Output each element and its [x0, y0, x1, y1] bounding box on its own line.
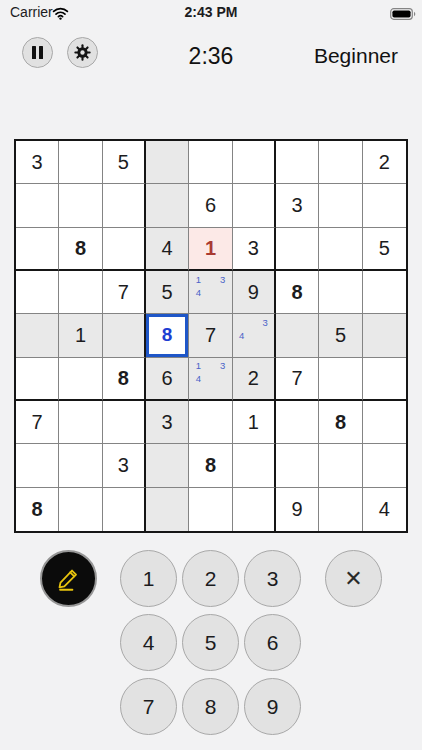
cell-value: 7 — [292, 367, 303, 390]
digit-label: 2 — [205, 567, 217, 591]
cell-value: 6 — [205, 194, 216, 217]
cell-value: 7 — [32, 411, 43, 434]
cell-value: 2 — [379, 151, 390, 174]
cell-r3c4[interactable]: 4 — [146, 228, 189, 271]
cell-r7c5[interactable] — [189, 401, 232, 444]
cell-r7c1[interactable]: 7 — [16, 401, 59, 444]
cell-r4c5[interactable]: 134 — [189, 271, 232, 314]
cell-r9c8[interactable] — [319, 488, 362, 531]
digit-7-button[interactable]: 7 — [120, 678, 177, 735]
cell-r8c7[interactable] — [276, 444, 319, 487]
cell-r6c9[interactable] — [363, 358, 406, 401]
cell-r4c3[interactable]: 7 — [103, 271, 146, 314]
cell-r1c9[interactable]: 2 — [363, 141, 406, 184]
difficulty-label: Beginner — [314, 44, 398, 68]
digit-9-button[interactable]: 9 — [244, 678, 301, 735]
cell-r4c8[interactable] — [319, 271, 362, 314]
cell-r2c7[interactable]: 3 — [276, 184, 319, 227]
cell-r2c5[interactable]: 6 — [189, 184, 232, 227]
pencil-mode-button[interactable] — [40, 550, 97, 607]
cell-value: 1 — [248, 411, 259, 434]
pencil-notes: 34 — [236, 316, 271, 354]
cell-r2c9[interactable] — [363, 184, 406, 227]
cell-r8c5[interactable]: 8 — [189, 444, 232, 487]
cell-value: 8 — [335, 411, 346, 434]
cell-r1c7[interactable] — [276, 141, 319, 184]
cell-r5c3[interactable] — [103, 314, 146, 357]
cell-value: 7 — [118, 281, 129, 304]
status-bar: Carrier 2:43 PM — [0, 0, 422, 22]
cell-r1c6[interactable] — [233, 141, 276, 184]
cell-value: 5 — [379, 237, 390, 260]
digit-2-button[interactable]: 2 — [182, 550, 239, 607]
digit-8-button[interactable]: 8 — [182, 678, 239, 735]
cell-r9c1[interactable]: 8 — [16, 488, 59, 531]
cell-r3c7[interactable] — [276, 228, 319, 271]
cell-r8c9[interactable] — [363, 444, 406, 487]
cell-r4c6[interactable]: 9 — [233, 271, 276, 314]
cell-r9c6[interactable] — [233, 488, 276, 531]
cell-value: 3 — [32, 151, 43, 174]
pencil-icon — [55, 565, 82, 592]
digit-label: 4 — [143, 631, 155, 655]
cell-r9c2[interactable] — [59, 488, 102, 531]
cell-r2c2[interactable] — [59, 184, 102, 227]
cell-value: 3 — [248, 237, 259, 260]
cell-value: 8 — [292, 281, 303, 304]
cell-r6c4[interactable]: 6 — [146, 358, 189, 401]
digit-label: 3 — [267, 567, 279, 591]
cell-r5c9[interactable] — [363, 314, 406, 357]
cell-value: 3 — [162, 411, 173, 434]
cell-value: 9 — [292, 498, 303, 521]
cell-value: 3 — [118, 454, 129, 477]
cell-r5c1[interactable] — [16, 314, 59, 357]
digit-3-button[interactable]: 3 — [244, 550, 301, 607]
cell-r5c4[interactable]: 8 — [146, 314, 189, 357]
cell-r3c1[interactable] — [16, 228, 59, 271]
cell-value: 9 — [248, 281, 259, 304]
cell-r3c8[interactable] — [319, 228, 362, 271]
cell-r7c8[interactable]: 8 — [319, 401, 362, 444]
battery-icon — [390, 6, 416, 24]
cell-r6c6[interactable]: 2 — [233, 358, 276, 401]
digit-5-button[interactable]: 5 — [182, 614, 239, 671]
x-icon: ✕ — [344, 566, 362, 592]
digit-label: 6 — [267, 631, 279, 655]
cell-r7c2[interactable] — [59, 401, 102, 444]
cell-value: 1 — [205, 237, 216, 260]
cell-value: 7 — [205, 324, 216, 347]
cell-r6c1[interactable] — [16, 358, 59, 401]
cell-r5c6[interactable]: 34 — [233, 314, 276, 357]
cell-value: 4 — [379, 498, 390, 521]
cell-value: 8 — [118, 367, 129, 390]
erase-button[interactable]: ✕ — [325, 550, 382, 607]
cell-r6c8[interactable] — [319, 358, 362, 401]
cell-value: 8 — [162, 324, 173, 346]
cell-r7c7[interactable] — [276, 401, 319, 444]
cell-r8c1[interactable] — [16, 444, 59, 487]
cell-r9c3[interactable] — [103, 488, 146, 531]
cell-r1c3[interactable]: 5 — [103, 141, 146, 184]
cell-value: 3 — [292, 194, 303, 217]
cell-value: 8 — [205, 454, 216, 477]
cell-value: 8 — [75, 237, 86, 260]
cell-r4c4[interactable]: 5 — [146, 271, 189, 314]
cell-r2c4[interactable] — [146, 184, 189, 227]
cell-r7c6[interactable]: 1 — [233, 401, 276, 444]
cell-r3c6[interactable]: 3 — [233, 228, 276, 271]
digit-label: 9 — [267, 695, 279, 719]
cell-r9c9[interactable]: 4 — [363, 488, 406, 531]
cell-r5c5[interactable]: 7 — [189, 314, 232, 357]
cell-r4c1[interactable] — [16, 271, 59, 314]
cell-value: 5 — [335, 324, 346, 347]
cell-r6c5[interactable]: 134 — [189, 358, 232, 401]
cell-r1c2[interactable] — [59, 141, 102, 184]
cell-r7c9[interactable] — [363, 401, 406, 444]
cell-r1c1[interactable]: 3 — [16, 141, 59, 184]
cell-r3c5[interactable]: 1 — [189, 228, 232, 271]
cell-r8c3[interactable]: 3 — [103, 444, 146, 487]
cell-r2c3[interactable] — [103, 184, 146, 227]
pencil-notes: 134 — [192, 273, 228, 311]
cell-r1c4[interactable] — [146, 141, 189, 184]
cell-r3c3[interactable] — [103, 228, 146, 271]
cell-value: 8 — [32, 498, 43, 521]
cell-r2c8[interactable] — [319, 184, 362, 227]
pencil-notes: 134 — [192, 360, 228, 397]
digit-6-button[interactable]: 6 — [244, 614, 301, 671]
cell-r4c2[interactable] — [59, 271, 102, 314]
cell-value: 5 — [162, 281, 173, 304]
cell-r7c4[interactable]: 3 — [146, 401, 189, 444]
cell-r3c2[interactable]: 8 — [59, 228, 102, 271]
cell-r9c7[interactable]: 9 — [276, 488, 319, 531]
cell-value: 4 — [162, 237, 173, 260]
cell-r8c6[interactable] — [233, 444, 276, 487]
cell-r5c8[interactable]: 5 — [319, 314, 362, 357]
digit-1-button[interactable]: 1 — [120, 550, 177, 607]
digit-4-button[interactable]: 4 — [120, 614, 177, 671]
digit-label: 1 — [143, 567, 155, 591]
cell-r1c8[interactable] — [319, 141, 362, 184]
digit-label: 5 — [205, 631, 217, 655]
cell-value: 2 — [248, 367, 259, 390]
cell-r6c2[interactable] — [59, 358, 102, 401]
cell-value: 6 — [162, 367, 173, 390]
cell-r4c7[interactable]: 8 — [276, 271, 319, 314]
cell-r1c5[interactable] — [189, 141, 232, 184]
sudoku-board: 352638413575134981873458613427731838894 — [14, 139, 408, 533]
cell-r8c8[interactable] — [319, 444, 362, 487]
cell-value: 1 — [75, 324, 86, 347]
cell-r6c7[interactable]: 7 — [276, 358, 319, 401]
cell-value: 5 — [118, 151, 129, 174]
cell-r5c7[interactable] — [276, 314, 319, 357]
cell-r2c1[interactable] — [16, 184, 59, 227]
digit-label: 7 — [143, 695, 155, 719]
cell-r8c4[interactable] — [146, 444, 189, 487]
cell-r9c4[interactable] — [146, 488, 189, 531]
cell-r6c3[interactable]: 8 — [103, 358, 146, 401]
cell-r2c6[interactable] — [233, 184, 276, 227]
cell-r9c5[interactable] — [189, 488, 232, 531]
cell-r5c2[interactable]: 1 — [59, 314, 102, 357]
cell-r7c3[interactable] — [103, 401, 146, 444]
status-time: 2:43 PM — [0, 4, 422, 20]
cell-r4c9[interactable] — [363, 271, 406, 314]
digit-label: 8 — [205, 695, 217, 719]
cell-r8c2[interactable] — [59, 444, 102, 487]
cell-r3c9[interactable]: 5 — [363, 228, 406, 271]
